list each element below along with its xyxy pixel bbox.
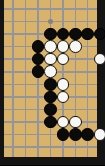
white-stone-c4r6[interactable] xyxy=(57,78,70,91)
black-stone-c3r8[interactable] xyxy=(44,103,57,116)
go-board[interactable] xyxy=(0,0,105,165)
black-stone-c3r9[interactable] xyxy=(44,116,57,129)
white-stone-c4r3[interactable] xyxy=(57,40,70,53)
black-stone-c2r4[interactable] xyxy=(32,53,45,66)
black-stone-c4r10[interactable] xyxy=(57,128,70,141)
black-stone-c5r10[interactable] xyxy=(69,128,82,141)
black-stone-c3r2[interactable] xyxy=(44,28,57,41)
black-stone-c3r6[interactable] xyxy=(44,78,57,91)
black-stone-c3r7[interactable] xyxy=(44,91,57,104)
white-stone-c7r4[interactable] xyxy=(94,53,105,66)
board-edge-left xyxy=(0,0,4,165)
hoshi-star-point xyxy=(48,19,53,24)
white-stone-c4r4[interactable] xyxy=(57,53,70,66)
white-stone-c5r9[interactable] xyxy=(69,116,82,129)
black-stone-c6r2[interactable] xyxy=(81,28,94,41)
board-edge-bottom xyxy=(0,157,105,166)
white-stone-c3r3[interactable] xyxy=(44,40,57,53)
black-stone-c2r5[interactable] xyxy=(32,65,45,78)
white-stone-c5r3[interactable] xyxy=(69,40,82,53)
white-stone-c3r5[interactable] xyxy=(44,65,57,78)
black-stone-c2r3[interactable] xyxy=(32,40,45,53)
white-stone-c4r7[interactable] xyxy=(57,91,70,104)
white-stone-c3r4[interactable] xyxy=(44,53,57,66)
black-stone-c4r2[interactable] xyxy=(57,28,70,41)
white-stone-c7r10[interactable] xyxy=(94,128,105,141)
white-stone-c4r9[interactable] xyxy=(57,116,70,129)
grid-hline xyxy=(4,8,97,10)
black-stone-c5r2[interactable] xyxy=(69,28,82,41)
grid-hline xyxy=(4,146,97,148)
black-stone-c7r2[interactable] xyxy=(94,28,105,41)
black-stone-c6r10[interactable] xyxy=(81,128,94,141)
